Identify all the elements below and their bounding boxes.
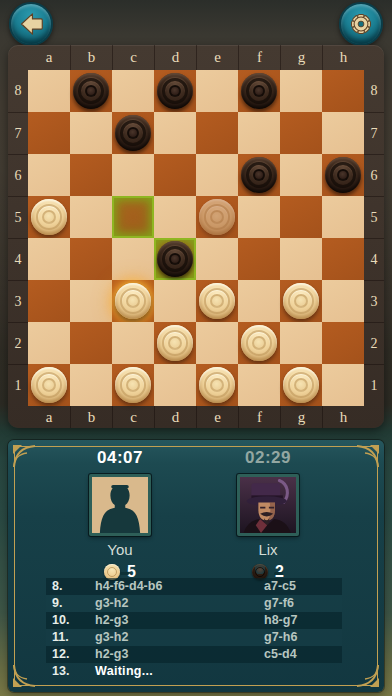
- square-h3[interactable]: [322, 280, 364, 322]
- file-label-g-top: g: [280, 45, 322, 70]
- move-w: h2-g3: [91, 646, 260, 663]
- square-g2[interactable]: [280, 322, 322, 364]
- move-b: c5-d4: [260, 646, 342, 663]
- square-h2[interactable]: [322, 322, 364, 364]
- move-w: g3-h2: [91, 595, 260, 612]
- square-e4[interactable]: [196, 238, 238, 280]
- square-e7[interactable]: [196, 112, 238, 154]
- file-label-a-top: a: [28, 45, 70, 70]
- settings-button[interactable]: [339, 2, 383, 46]
- square-e6[interactable]: [196, 154, 238, 196]
- checkers-app: abcdefgh8877665544332211abcdefgh 04:07: [0, 0, 392, 696]
- square-c3[interactable]: [112, 280, 154, 322]
- move-row-10: 10.h2-g3h8-g7: [46, 612, 342, 629]
- square-c5[interactable]: [112, 196, 154, 238]
- square-h6[interactable]: [322, 154, 364, 196]
- square-a8[interactable]: [28, 70, 70, 112]
- dark-piece-f6[interactable]: [241, 157, 277, 193]
- board-corner: [8, 406, 28, 428]
- rank-label-6-right: 6: [364, 154, 384, 196]
- move-b: a7-c5: [260, 578, 342, 595]
- rank-label-3-left: 3: [8, 280, 28, 322]
- square-a2[interactable]: [28, 322, 70, 364]
- timer-you: 04:07: [55, 448, 185, 468]
- move-num: 12.: [46, 646, 91, 663]
- corner-ornament-icon: [355, 443, 381, 469]
- square-e1[interactable]: [196, 364, 238, 406]
- square-d4[interactable]: [154, 238, 196, 280]
- light-piece-g1[interactable]: [283, 367, 319, 403]
- move-w: h2-g3: [91, 612, 260, 629]
- player-name-lix: Lix: [203, 541, 333, 559]
- square-c7[interactable]: [112, 112, 154, 154]
- square-f4[interactable]: [238, 238, 280, 280]
- square-a6[interactable]: [28, 154, 70, 196]
- square-h5[interactable]: [322, 196, 364, 238]
- rank-label-3-right: 3: [364, 280, 384, 322]
- board: abcdefgh8877665544332211abcdefgh: [8, 45, 384, 428]
- square-d5[interactable]: [154, 196, 196, 238]
- square-e2[interactable]: [196, 322, 238, 364]
- timer-lix: 02:29: [203, 448, 333, 468]
- square-b3[interactable]: [70, 280, 112, 322]
- move-row-8: 8.h4-f6-d4-b6a7-c5: [46, 578, 342, 595]
- board-corner: [8, 45, 28, 70]
- light-piece-g3[interactable]: [283, 283, 319, 319]
- square-b2[interactable]: [70, 322, 112, 364]
- square-a5[interactable]: [28, 196, 70, 238]
- move-row-13: 13.Waiting...: [46, 663, 342, 680]
- dark-piece-b8[interactable]: [73, 73, 109, 109]
- dark-piece-d8[interactable]: [157, 73, 193, 109]
- move-num: 10.: [46, 612, 91, 629]
- player-you: 04:07 You 5: [55, 448, 185, 582]
- file-label-d-top: d: [154, 45, 196, 70]
- rank-label-4-left: 4: [8, 238, 28, 280]
- square-c1[interactable]: [112, 364, 154, 406]
- corner-ornament-icon: [355, 663, 381, 689]
- board-corner: [364, 45, 384, 70]
- file-label-b-bottom: b: [70, 406, 112, 428]
- square-e5[interactable]: [196, 196, 238, 238]
- dark-piece-f8[interactable]: [241, 73, 277, 109]
- square-d7[interactable]: [154, 112, 196, 154]
- square-a3[interactable]: [28, 280, 70, 322]
- square-c4[interactable]: [112, 238, 154, 280]
- dark-piece-c7[interactable]: [115, 115, 151, 151]
- avatar-lix: [237, 474, 299, 536]
- rank-label-7-right: 7: [364, 112, 384, 154]
- move-row-12: 12.h2-g3c5-d4: [46, 646, 342, 663]
- ghost-light-piece-e5[interactable]: [199, 199, 235, 235]
- rank-label-8-right: 8: [364, 70, 384, 112]
- rank-label-8-left: 8: [8, 70, 28, 112]
- square-h1[interactable]: [322, 364, 364, 406]
- square-f7[interactable]: [238, 112, 280, 154]
- square-g8[interactable]: [280, 70, 322, 112]
- square-h7[interactable]: [322, 112, 364, 154]
- square-d8[interactable]: [154, 70, 196, 112]
- file-label-e-bottom: e: [196, 406, 238, 428]
- light-piece-c3[interactable]: [115, 283, 151, 319]
- square-e8[interactable]: [196, 70, 238, 112]
- move-num: 9.: [46, 595, 91, 612]
- arrow-left-icon: [15, 8, 47, 40]
- file-label-g-bottom: g: [280, 406, 322, 428]
- move-row-9: 9.g3-h2g7-f6: [46, 595, 342, 612]
- square-g6[interactable]: [280, 154, 322, 196]
- move-w: g3-h2: [91, 629, 260, 646]
- rank-label-1-right: 1: [364, 364, 384, 406]
- square-h8[interactable]: [322, 70, 364, 112]
- square-g5[interactable]: [280, 196, 322, 238]
- square-c6[interactable]: [112, 154, 154, 196]
- square-c2[interactable]: [112, 322, 154, 364]
- move-b: g7-f6: [260, 595, 342, 612]
- light-piece-e1[interactable]: [199, 367, 235, 403]
- square-b6[interactable]: [70, 154, 112, 196]
- square-a4[interactable]: [28, 238, 70, 280]
- square-d3[interactable]: [154, 280, 196, 322]
- square-c8[interactable]: [112, 70, 154, 112]
- top-toolbar: [0, 0, 392, 46]
- square-a7[interactable]: [28, 112, 70, 154]
- square-b1[interactable]: [70, 364, 112, 406]
- square-b8[interactable]: [70, 70, 112, 112]
- corner-ornament-icon: [11, 443, 37, 469]
- player-name-you: You: [55, 541, 185, 559]
- move-b: g7-h6: [260, 629, 342, 646]
- light-piece-d2[interactable]: [157, 325, 193, 361]
- file-label-f-bottom: f: [238, 406, 280, 428]
- light-piece-c1[interactable]: [115, 367, 151, 403]
- square-g4[interactable]: [280, 238, 322, 280]
- light-piece-e3[interactable]: [199, 283, 235, 319]
- square-g1[interactable]: [280, 364, 322, 406]
- light-piece-f2[interactable]: [241, 325, 277, 361]
- file-label-c-bottom: c: [112, 406, 154, 428]
- rank-label-5-right: 5: [364, 196, 384, 238]
- file-label-h-bottom: h: [322, 406, 364, 428]
- rank-label-6-left: 6: [8, 154, 28, 196]
- square-e3[interactable]: [196, 280, 238, 322]
- file-label-c-top: c: [112, 45, 154, 70]
- gear-icon: [345, 8, 377, 40]
- file-label-d-bottom: d: [154, 406, 196, 428]
- game-info-panel: 04:07 You 5 02:29: [8, 440, 384, 692]
- file-label-h-top: h: [322, 45, 364, 70]
- light-piece-a1[interactable]: [31, 367, 67, 403]
- square-d1[interactable]: [154, 364, 196, 406]
- back-button[interactable]: [9, 2, 53, 46]
- dark-piece-d4[interactable]: [157, 241, 193, 277]
- square-f2[interactable]: [238, 322, 280, 364]
- dark-piece-h6[interactable]: [325, 157, 361, 193]
- rank-label-5-left: 5: [8, 196, 28, 238]
- square-f6[interactable]: [238, 154, 280, 196]
- file-label-b-top: b: [70, 45, 112, 70]
- light-piece-a5[interactable]: [31, 199, 67, 235]
- file-label-e-top: e: [196, 45, 238, 70]
- scroll-clip-indicator: [46, 568, 342, 578]
- file-label-f-top: f: [238, 45, 280, 70]
- square-f3[interactable]: [238, 280, 280, 322]
- rank-label-2-right: 2: [364, 322, 384, 364]
- move-w: h4-f6-d4-b6: [91, 578, 260, 595]
- move-row-11: 11.g3-h2g7-h6: [46, 629, 342, 646]
- move-num: 8.: [46, 578, 91, 595]
- rank-label-2-left: 2: [8, 322, 28, 364]
- rank-label-1-left: 1: [8, 364, 28, 406]
- move-list[interactable]: 8.h4-f6-d4-b6a7-c59.g3-h2g7-f610.h2-g3h8…: [46, 568, 342, 680]
- square-d2[interactable]: [154, 322, 196, 364]
- move-num: 13.: [46, 663, 91, 680]
- square-f8[interactable]: [238, 70, 280, 112]
- corner-ornament-icon: [11, 663, 37, 689]
- square-a1[interactable]: [28, 364, 70, 406]
- square-d6[interactable]: [154, 154, 196, 196]
- rank-label-4-right: 4: [364, 238, 384, 280]
- square-g7[interactable]: [280, 112, 322, 154]
- player-lix: 02:29: [203, 448, 333, 582]
- move-num: 11.: [46, 629, 91, 646]
- square-f5[interactable]: [238, 196, 280, 238]
- square-h4[interactable]: [322, 238, 364, 280]
- square-f1[interactable]: [238, 364, 280, 406]
- move-b: h8-g7: [260, 612, 342, 629]
- board-corner: [364, 406, 384, 428]
- square-b7[interactable]: [70, 112, 112, 154]
- rank-label-7-left: 7: [8, 112, 28, 154]
- move-w: Waiting...: [91, 663, 260, 680]
- square-b5[interactable]: [70, 196, 112, 238]
- avatar-you: [89, 474, 151, 536]
- file-label-a-bottom: a: [28, 406, 70, 428]
- square-b4[interactable]: [70, 238, 112, 280]
- square-g3[interactable]: [280, 280, 322, 322]
